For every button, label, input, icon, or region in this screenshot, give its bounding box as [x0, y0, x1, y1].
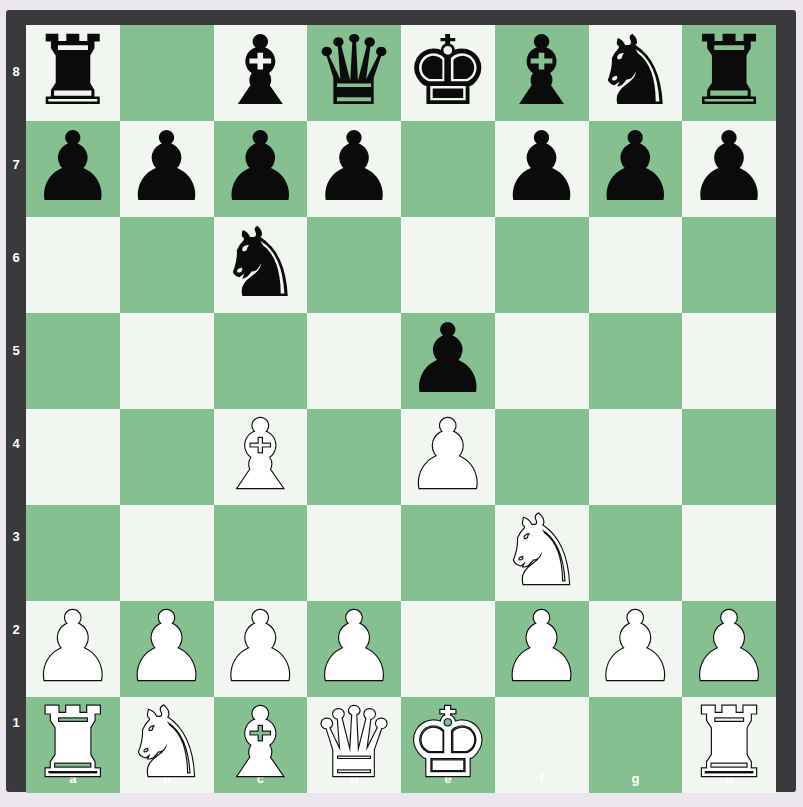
rank-labels: 87654321 — [6, 25, 26, 769]
square-e8[interactable]: ♚ — [401, 25, 495, 121]
rank-label-2: 2 — [6, 583, 26, 676]
square-h1[interactable]: ♜ — [682, 697, 776, 793]
square-e6[interactable] — [401, 217, 495, 313]
square-d4[interactable] — [307, 409, 401, 505]
square-g7[interactable]: ♟ — [589, 121, 683, 217]
square-c8[interactable]: ♝ — [214, 25, 308, 121]
square-e4[interactable]: ♟ — [401, 409, 495, 505]
black-bishop[interactable]: ♝ — [217, 23, 303, 119]
square-g5[interactable] — [589, 313, 683, 409]
square-a3[interactable] — [26, 505, 120, 601]
rank-label-6: 6 — [6, 211, 26, 304]
white-knight[interactable]: ♞ — [499, 503, 585, 599]
white-rook[interactable]: ♜ — [30, 695, 116, 791]
square-b6[interactable] — [120, 217, 214, 313]
square-f4[interactable] — [495, 409, 589, 505]
white-pawn[interactable]: ♟ — [592, 599, 678, 695]
square-d1[interactable]: ♛ — [307, 697, 401, 793]
square-c4[interactable]: ♝ — [214, 409, 308, 505]
white-knight[interactable]: ♞ — [124, 695, 210, 791]
white-pawn[interactable]: ♟ — [311, 599, 397, 695]
rank-label-1: 1 — [6, 676, 26, 769]
square-d2[interactable]: ♟ — [307, 601, 401, 697]
square-b5[interactable] — [120, 313, 214, 409]
square-h7[interactable]: ♟ — [682, 121, 776, 217]
square-a8[interactable]: ♜ — [26, 25, 120, 121]
square-e3[interactable] — [401, 505, 495, 601]
square-g6[interactable] — [589, 217, 683, 313]
square-b3[interactable] — [120, 505, 214, 601]
rank-label-5: 5 — [6, 304, 26, 397]
square-d8[interactable]: ♛ — [307, 25, 401, 121]
square-d3[interactable] — [307, 505, 401, 601]
square-a1[interactable]: ♜ — [26, 697, 120, 793]
square-f8[interactable]: ♝ — [495, 25, 589, 121]
square-b4[interactable] — [120, 409, 214, 505]
square-f5[interactable] — [495, 313, 589, 409]
square-b2[interactable]: ♟ — [120, 601, 214, 697]
black-pawn[interactable]: ♟ — [124, 119, 210, 215]
file-label-f: f — [495, 769, 589, 792]
square-c1[interactable]: ♝ — [214, 697, 308, 793]
square-h8[interactable]: ♜ — [682, 25, 776, 121]
white-pawn[interactable]: ♟ — [217, 599, 303, 695]
square-c6[interactable]: ♞ — [214, 217, 308, 313]
square-e2[interactable] — [401, 601, 495, 697]
black-rook[interactable]: ♜ — [30, 23, 116, 119]
square-c5[interactable] — [214, 313, 308, 409]
square-h3[interactable] — [682, 505, 776, 601]
black-knight[interactable]: ♞ — [217, 215, 303, 311]
black-pawn[interactable]: ♟ — [405, 311, 491, 407]
square-d5[interactable] — [307, 313, 401, 409]
white-king[interactable]: ♚ — [405, 695, 491, 791]
white-bishop[interactable]: ♝ — [217, 695, 303, 791]
black-pawn[interactable]: ♟ — [311, 119, 397, 215]
square-a6[interactable] — [26, 217, 120, 313]
square-h2[interactable]: ♟ — [682, 601, 776, 697]
black-pawn[interactable]: ♟ — [30, 119, 116, 215]
square-a5[interactable] — [26, 313, 120, 409]
white-queen[interactable]: ♛ — [311, 695, 397, 791]
square-f6[interactable] — [495, 217, 589, 313]
white-pawn[interactable]: ♟ — [405, 407, 491, 503]
black-king[interactable]: ♚ — [405, 23, 491, 119]
square-g2[interactable]: ♟ — [589, 601, 683, 697]
square-c2[interactable]: ♟ — [214, 601, 308, 697]
white-bishop[interactable]: ♝ — [217, 407, 303, 503]
square-a4[interactable] — [26, 409, 120, 505]
square-g8[interactable]: ♞ — [589, 25, 683, 121]
white-pawn[interactable]: ♟ — [686, 599, 772, 695]
square-f3[interactable]: ♞ — [495, 505, 589, 601]
square-c3[interactable] — [214, 505, 308, 601]
square-b1[interactable]: ♞ — [120, 697, 214, 793]
white-pawn[interactable]: ♟ — [499, 599, 585, 695]
rank-label-8: 8 — [6, 25, 26, 118]
chess-board-frame: 87654321 ♜♝♛♚♝♞♜♟♟♟♟♟♟♟♞♟♝♟♞♟♟♟♟♟♟♟♜♞♝♛♚… — [6, 10, 796, 792]
square-f7[interactable]: ♟ — [495, 121, 589, 217]
rank-label-3: 3 — [6, 490, 26, 583]
square-e7[interactable] — [401, 121, 495, 217]
black-pawn[interactable]: ♟ — [686, 119, 772, 215]
square-a7[interactable]: ♟ — [26, 121, 120, 217]
square-f2[interactable]: ♟ — [495, 601, 589, 697]
square-d6[interactable] — [307, 217, 401, 313]
square-d7[interactable]: ♟ — [307, 121, 401, 217]
chess-board[interactable]: ♜♝♛♚♝♞♜♟♟♟♟♟♟♟♞♟♝♟♞♟♟♟♟♟♟♟♜♞♝♛♚♜ — [26, 25, 776, 769]
black-pawn[interactable]: ♟ — [499, 119, 585, 215]
black-pawn[interactable]: ♟ — [592, 119, 678, 215]
black-rook[interactable]: ♜ — [686, 23, 772, 119]
black-knight[interactable]: ♞ — [592, 23, 678, 119]
white-pawn[interactable]: ♟ — [124, 599, 210, 695]
square-a2[interactable]: ♟ — [26, 601, 120, 697]
square-b7[interactable]: ♟ — [120, 121, 214, 217]
square-g4[interactable] — [589, 409, 683, 505]
square-g3[interactable] — [589, 505, 683, 601]
file-label-g: g — [589, 769, 683, 792]
black-queen[interactable]: ♛ — [311, 23, 397, 119]
square-e1[interactable]: ♚ — [401, 697, 495, 793]
rank-label-4: 4 — [6, 397, 26, 490]
white-rook[interactable]: ♜ — [686, 695, 772, 791]
square-h5[interactable] — [682, 313, 776, 409]
square-e5[interactable]: ♟ — [401, 313, 495, 409]
rank-label-7: 7 — [6, 118, 26, 211]
square-h4[interactable] — [682, 409, 776, 505]
square-c7[interactable]: ♟ — [214, 121, 308, 217]
square-b8[interactable] — [120, 25, 214, 121]
black-pawn[interactable]: ♟ — [217, 119, 303, 215]
black-bishop[interactable]: ♝ — [499, 23, 585, 119]
white-pawn[interactable]: ♟ — [30, 599, 116, 695]
square-h6[interactable] — [682, 217, 776, 313]
